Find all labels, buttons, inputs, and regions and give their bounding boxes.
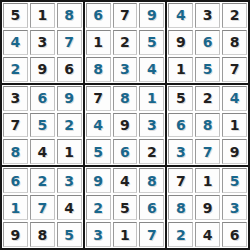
cell-r3c8[interactable]: 5: [195, 57, 220, 82]
cell-r9c1[interactable]: 9: [3, 222, 28, 247]
cell-r4c9[interactable]: 4: [222, 86, 247, 111]
cell-r8c1[interactable]: 1: [3, 195, 28, 220]
cell-r2c7[interactable]: 9: [168, 30, 193, 55]
cell-r1c9[interactable]: 2: [222, 3, 247, 28]
cell-r7c1[interactable]: 6: [3, 168, 28, 193]
box-9: 715893246: [167, 167, 248, 248]
cell-r6c4[interactable]: 5: [86, 139, 111, 164]
cell-r4c2[interactable]: 6: [30, 86, 55, 111]
box-7: 623174985: [2, 167, 83, 248]
box-6: 524681379: [167, 85, 248, 166]
cell-r4c3[interactable]: 9: [57, 86, 82, 111]
cell-r2c9[interactable]: 8: [222, 30, 247, 55]
cell-r5c2[interactable]: 5: [30, 113, 55, 138]
cell-r8c2[interactable]: 7: [30, 195, 55, 220]
cell-r2c8[interactable]: 6: [195, 30, 220, 55]
cell-r6c6[interactable]: 2: [139, 139, 164, 164]
cell-r1c7[interactable]: 4: [168, 3, 193, 28]
cell-r8c9[interactable]: 3: [222, 195, 247, 220]
cell-r6c9[interactable]: 9: [222, 139, 247, 164]
cell-r4c8[interactable]: 2: [195, 86, 220, 111]
cell-r5c3[interactable]: 2: [57, 113, 82, 138]
cell-r2c6[interactable]: 5: [139, 30, 164, 55]
cell-r9c3[interactable]: 5: [57, 222, 82, 247]
cell-r9c4[interactable]: 3: [86, 222, 111, 247]
cell-r4c5[interactable]: 8: [113, 86, 138, 111]
cell-r9c5[interactable]: 1: [113, 222, 138, 247]
cell-r1c8[interactable]: 3: [195, 3, 220, 28]
cell-r1c4[interactable]: 6: [86, 3, 111, 28]
cell-r3c1[interactable]: 2: [3, 57, 28, 82]
cell-r8c7[interactable]: 8: [168, 195, 193, 220]
cell-r7c9[interactable]: 5: [222, 168, 247, 193]
cell-r3c6[interactable]: 4: [139, 57, 164, 82]
cell-r2c3[interactable]: 7: [57, 30, 82, 55]
cell-r7c4[interactable]: 9: [86, 168, 111, 193]
box-3: 432968157: [167, 2, 248, 83]
box-5: 781493562: [85, 85, 166, 166]
sudoku-board: 5184372966791258344329681573697528417814…: [0, 0, 250, 250]
cell-r2c5[interactable]: 2: [113, 30, 138, 55]
cell-r1c3[interactable]: 8: [57, 3, 82, 28]
cell-r2c1[interactable]: 4: [3, 30, 28, 55]
cell-r6c5[interactable]: 6: [113, 139, 138, 164]
cell-r4c4[interactable]: 7: [86, 86, 111, 111]
box-4: 369752841: [2, 85, 83, 166]
cell-r6c7[interactable]: 3: [168, 139, 193, 164]
cell-r5c6[interactable]: 3: [139, 113, 164, 138]
box-2: 679125834: [85, 2, 166, 83]
cell-r4c7[interactable]: 5: [168, 86, 193, 111]
cell-r7c8[interactable]: 1: [195, 168, 220, 193]
cell-r5c4[interactable]: 4: [86, 113, 111, 138]
cell-r7c6[interactable]: 8: [139, 168, 164, 193]
cell-r9c2[interactable]: 8: [30, 222, 55, 247]
cell-r3c2[interactable]: 9: [30, 57, 55, 82]
cell-r5c7[interactable]: 6: [168, 113, 193, 138]
cell-r3c5[interactable]: 3: [113, 57, 138, 82]
cell-r6c1[interactable]: 8: [3, 139, 28, 164]
cell-r8c5[interactable]: 5: [113, 195, 138, 220]
cell-r8c6[interactable]: 6: [139, 195, 164, 220]
cell-r3c4[interactable]: 8: [86, 57, 111, 82]
cell-r1c5[interactable]: 7: [113, 3, 138, 28]
cell-r3c7[interactable]: 1: [168, 57, 193, 82]
cell-r8c4[interactable]: 2: [86, 195, 111, 220]
cell-r7c7[interactable]: 7: [168, 168, 193, 193]
cell-r1c6[interactable]: 9: [139, 3, 164, 28]
cell-r6c2[interactable]: 4: [30, 139, 55, 164]
cell-r5c8[interactable]: 8: [195, 113, 220, 138]
cell-r1c2[interactable]: 1: [30, 3, 55, 28]
cell-r7c3[interactable]: 3: [57, 168, 82, 193]
cell-r4c1[interactable]: 3: [3, 86, 28, 111]
cell-r8c8[interactable]: 9: [195, 195, 220, 220]
cell-r7c2[interactable]: 2: [30, 168, 55, 193]
cell-r7c5[interactable]: 4: [113, 168, 138, 193]
cell-r9c6[interactable]: 7: [139, 222, 164, 247]
cell-r3c9[interactable]: 7: [222, 57, 247, 82]
cell-r1c1[interactable]: 5: [3, 3, 28, 28]
cell-r5c9[interactable]: 1: [222, 113, 247, 138]
cell-r6c3[interactable]: 1: [57, 139, 82, 164]
cell-r9c9[interactable]: 6: [222, 222, 247, 247]
cell-r8c3[interactable]: 4: [57, 195, 82, 220]
cell-r5c5[interactable]: 9: [113, 113, 138, 138]
cell-r6c8[interactable]: 7: [195, 139, 220, 164]
cell-r9c8[interactable]: 4: [195, 222, 220, 247]
cell-r3c3[interactable]: 6: [57, 57, 82, 82]
cell-r2c4[interactable]: 1: [86, 30, 111, 55]
cell-r4c6[interactable]: 1: [139, 86, 164, 111]
cell-r2c2[interactable]: 3: [30, 30, 55, 55]
cell-r9c7[interactable]: 2: [168, 222, 193, 247]
cell-r5c1[interactable]: 7: [3, 113, 28, 138]
box-8: 948256317: [85, 167, 166, 248]
box-1: 518437296: [2, 2, 83, 83]
